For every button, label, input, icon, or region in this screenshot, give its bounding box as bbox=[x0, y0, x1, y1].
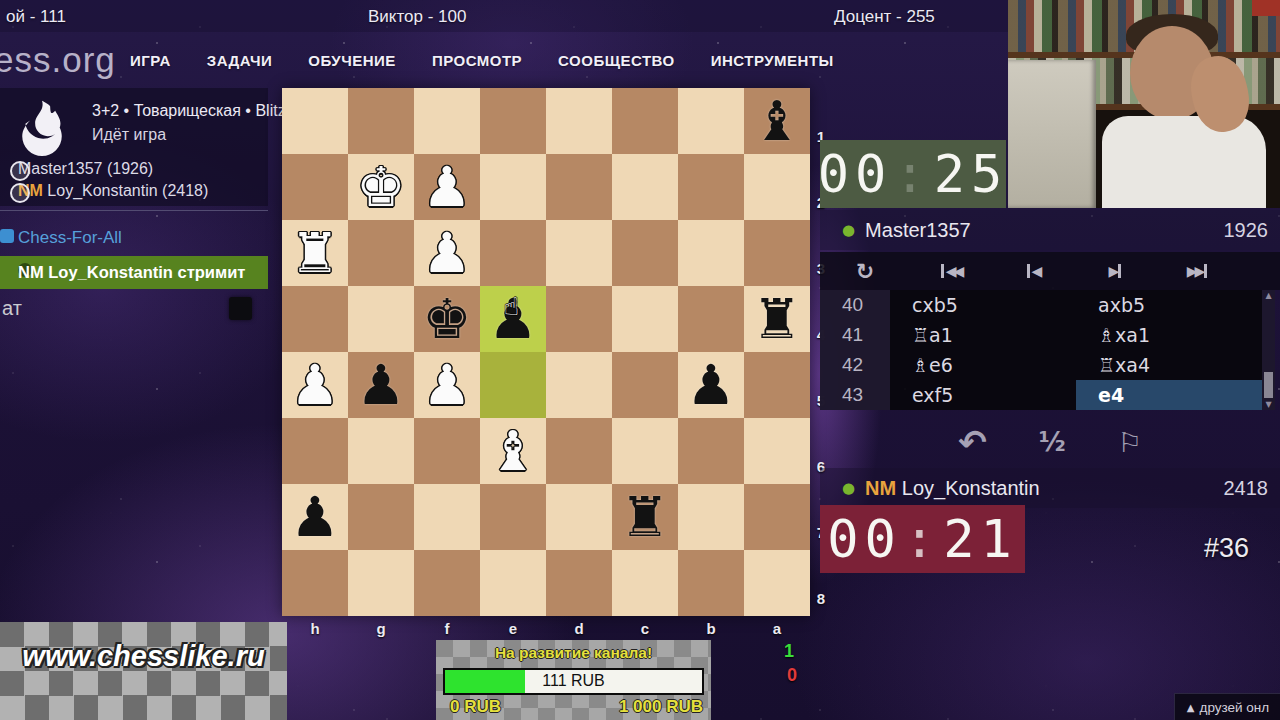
friends-online-bar[interactable]: ▲ друзей онл bbox=[1174, 693, 1280, 720]
rank-label-8: 8 bbox=[813, 590, 829, 607]
square-h6[interactable] bbox=[282, 418, 348, 484]
black-bishop[interactable]: ♝ bbox=[752, 88, 801, 154]
square-e3[interactable] bbox=[480, 220, 546, 286]
square-a1[interactable]: ♝ bbox=[744, 88, 810, 154]
square-g6[interactable] bbox=[348, 418, 414, 484]
square-b5[interactable]: ♟ bbox=[678, 352, 744, 418]
player-status-icon bbox=[10, 161, 30, 181]
square-d3[interactable] bbox=[546, 220, 612, 286]
nav-item-4[interactable]: СООБЩЕСТВО bbox=[558, 52, 675, 69]
move-list-scrollbar[interactable]: ▲ ▼ bbox=[1262, 290, 1275, 410]
square-g8[interactable] bbox=[348, 550, 414, 616]
nav-item-2[interactable]: ОБУЧЕНИЕ bbox=[308, 52, 396, 69]
black-rook[interactable]: ♜ bbox=[620, 484, 669, 550]
title-badge: NM bbox=[865, 477, 896, 499]
white-pawn[interactable]: ♟ bbox=[422, 352, 471, 418]
black-rook[interactable]: ♜ bbox=[752, 286, 801, 352]
game-number: #36 bbox=[1204, 533, 1249, 564]
square-f1[interactable] bbox=[414, 88, 480, 154]
square-a3[interactable] bbox=[744, 220, 810, 286]
square-g7[interactable] bbox=[348, 484, 414, 550]
first-move-button-glyph: ◀◀ bbox=[946, 263, 962, 279]
square-e5[interactable] bbox=[480, 352, 546, 418]
square-a5[interactable] bbox=[744, 352, 810, 418]
square-e6[interactable]: ♝ bbox=[480, 418, 546, 484]
donation-amount: 111 RUB bbox=[445, 672, 702, 690]
move-row-41: 41♖a1♗xa1 bbox=[820, 320, 1262, 350]
black-player-row[interactable]: ● NM Loy_Konstantin 2418 bbox=[820, 468, 1280, 508]
team-label: Chess-For-All bbox=[18, 228, 122, 247]
donation-goal: 1 000 RUB bbox=[619, 697, 703, 717]
black-player-name: Loy_Konstantin bbox=[902, 477, 1040, 499]
first-move-button[interactable]: ◀◀ bbox=[910, 263, 992, 279]
square-g3[interactable] bbox=[348, 220, 414, 286]
webcam-feed bbox=[1008, 0, 1280, 208]
square-h7[interactable]: ♟ bbox=[282, 484, 348, 550]
nav-item-1[interactable]: ЗАДАЧИ bbox=[207, 52, 272, 69]
team-link[interactable]: Chess-For-All bbox=[18, 228, 122, 248]
donation-title: На развитие канала! bbox=[436, 644, 711, 662]
black-clock: 00:21 bbox=[820, 505, 1025, 573]
square-h5[interactable]: ♟ bbox=[282, 352, 348, 418]
player-black-label: Loy_Konstantin (2418) bbox=[47, 182, 208, 199]
square-g1[interactable] bbox=[348, 88, 414, 154]
black-player-rating: 2418 bbox=[1224, 477, 1269, 500]
square-b7[interactable] bbox=[678, 484, 744, 550]
donation-ticker-left: ой - 111 bbox=[6, 7, 66, 27]
square-f6[interactable] bbox=[414, 418, 480, 484]
square-a4[interactable]: ♜ bbox=[744, 286, 810, 352]
donation-widget: На развитие канала! 111 RUB 0 RUB 1 000 … bbox=[436, 640, 711, 720]
square-c3[interactable] bbox=[612, 220, 678, 286]
last-move-button-glyph bbox=[1204, 264, 1207, 278]
takeback-button[interactable]: ↶ bbox=[958, 422, 987, 462]
file-label-e: e bbox=[480, 620, 546, 637]
donation-min: 0 RUB bbox=[450, 697, 501, 717]
square-h2[interactable] bbox=[282, 154, 348, 220]
donation-progress-bar: 111 RUB bbox=[443, 668, 704, 695]
white-pawn[interactable]: ♟ bbox=[422, 154, 471, 220]
black-pawn[interactable]: ♟ bbox=[290, 484, 339, 550]
stream-screen: ой - 111 Виктор - 100 Доцент - 255 ess.o… bbox=[0, 0, 1280, 720]
donation-ticker-center: Виктор - 100 bbox=[368, 7, 466, 27]
white-player-rating: 1926 bbox=[1224, 219, 1269, 242]
white-move[interactable]: cxb5 bbox=[890, 290, 1076, 320]
black-clock-digits: 00 bbox=[827, 509, 902, 569]
black-move[interactable]: ♖xa4 bbox=[1076, 350, 1262, 380]
square-f2[interactable]: ♟ bbox=[414, 154, 480, 220]
black-move[interactable]: axb5 bbox=[1076, 290, 1262, 320]
square-h1[interactable] bbox=[282, 88, 348, 154]
white-king[interactable]: ♚ bbox=[356, 154, 405, 220]
dislike-count: 0 bbox=[787, 665, 797, 686]
square-d6[interactable] bbox=[546, 418, 612, 484]
square-c4[interactable] bbox=[612, 286, 678, 352]
move-number: 40 bbox=[820, 290, 890, 320]
file-label-b: b bbox=[678, 620, 744, 637]
main-nav: ИГРАЗАДАЧИОБУЧЕНИЕПРОСМОТРСООБЩЕСТВОИНСТ… bbox=[130, 52, 834, 69]
square-f5[interactable]: ♟ bbox=[414, 352, 480, 418]
online-dot-icon: ● bbox=[842, 479, 855, 497]
square-c6[interactable] bbox=[612, 418, 678, 484]
white-move[interactable]: ♖a1 bbox=[890, 320, 1076, 350]
team-icon bbox=[0, 229, 14, 243]
square-b4[interactable] bbox=[678, 286, 744, 352]
move-row-43: 43exf5e4 bbox=[820, 380, 1262, 410]
scroll-down-icon[interactable]: ▼ bbox=[1262, 400, 1275, 409]
site-logo[interactable]: ess.org bbox=[0, 40, 116, 80]
move-controls: ↻◀◀◀▶▶▶ bbox=[820, 252, 1280, 290]
square-d4[interactable] bbox=[546, 286, 612, 352]
white-pawn[interactable]: ♟ bbox=[422, 220, 471, 286]
red-book bbox=[1252, 0, 1280, 16]
black-pawn[interactable]: ♟ bbox=[686, 352, 735, 418]
nav-item-0[interactable]: ИГРА bbox=[130, 52, 171, 69]
square-d7[interactable] bbox=[546, 484, 612, 550]
white-move[interactable]: exf5 bbox=[890, 380, 1076, 410]
square-e7[interactable] bbox=[480, 484, 546, 550]
previous-move-button-glyph: ◀ bbox=[1032, 263, 1040, 279]
file-label-d: d bbox=[546, 620, 612, 637]
flip-sync-button[interactable]: ↻ bbox=[820, 259, 910, 284]
game-status-label: Идёт игра bbox=[92, 126, 166, 144]
friends-label: друзей онл bbox=[1200, 700, 1270, 715]
square-e8[interactable] bbox=[480, 550, 546, 616]
nav-item-5[interactable]: ИНСТРУМЕНТЫ bbox=[711, 52, 834, 69]
square-d8[interactable] bbox=[546, 550, 612, 616]
white-player-name: Master1357 bbox=[865, 219, 971, 242]
time-control-label: 3+2 • Товарищеская • Blitz bbox=[92, 102, 286, 120]
collapse-icon: ▲ bbox=[1187, 702, 1195, 713]
hand-cursor-icon: ☝ bbox=[504, 292, 519, 321]
square-f7[interactable] bbox=[414, 484, 480, 550]
white-clock: 00:25 bbox=[820, 140, 1006, 208]
white-bishop[interactable]: ♝ bbox=[488, 418, 537, 484]
black-square-icon bbox=[229, 297, 252, 320]
square-e2[interactable] bbox=[480, 154, 546, 220]
file-label-c: c bbox=[612, 620, 678, 637]
first-move-button-glyph bbox=[941, 264, 944, 278]
sidebar-divider bbox=[0, 210, 268, 211]
last-move-button[interactable]: ▶▶ bbox=[1156, 263, 1238, 279]
square-a7[interactable] bbox=[744, 484, 810, 550]
streamer-shirt bbox=[1102, 116, 1266, 208]
draw-offer-button[interactable]: ½ bbox=[1039, 427, 1066, 457]
black-clock-digits: : bbox=[904, 509, 941, 569]
donation-ticker-right: Доцент - 255 bbox=[834, 7, 935, 27]
square-d1[interactable] bbox=[546, 88, 612, 154]
black-king[interactable]: ♚ bbox=[422, 286, 471, 352]
online-dot-icon: ● bbox=[842, 221, 855, 239]
square-h8[interactable] bbox=[282, 550, 348, 616]
square-b2[interactable] bbox=[678, 154, 744, 220]
player-white-label: Master1357 (1926) bbox=[18, 160, 153, 177]
file-label-h: h bbox=[282, 620, 348, 637]
player-black-row[interactable]: NM Loy_Konstantin (2418) bbox=[18, 182, 208, 200]
move-row-40: 40cxb5axb5 bbox=[820, 290, 1262, 320]
resign-button[interactable]: ⚐ bbox=[1118, 427, 1142, 458]
square-f4[interactable]: ♚ bbox=[414, 286, 480, 352]
scroll-up-icon[interactable]: ▲ bbox=[1262, 291, 1275, 300]
square-d2[interactable] bbox=[546, 154, 612, 220]
square-a8[interactable] bbox=[744, 550, 810, 616]
square-d5[interactable] bbox=[546, 352, 612, 418]
next-move-button-glyph: ▶ bbox=[1109, 263, 1117, 279]
white-move[interactable]: ♗e6 bbox=[890, 350, 1076, 380]
like-count: 1 bbox=[784, 641, 794, 662]
square-b1[interactable] bbox=[678, 88, 744, 154]
square-g2[interactable]: ♚ bbox=[348, 154, 414, 220]
square-g5[interactable]: ♟ bbox=[348, 352, 414, 418]
square-c7[interactable]: ♜ bbox=[612, 484, 678, 550]
door bbox=[1008, 60, 1096, 208]
game-action-buttons: ↶ ½ ⚐ bbox=[820, 420, 1280, 464]
square-b6[interactable] bbox=[678, 418, 744, 484]
chat-header: ат bbox=[2, 297, 22, 320]
square-a2[interactable] bbox=[744, 154, 810, 220]
nav-item-3[interactable]: ПРОСМОТР bbox=[432, 52, 522, 69]
last-move-button-glyph: ▶▶ bbox=[1187, 263, 1203, 279]
square-e1[interactable] bbox=[480, 88, 546, 154]
square-c1[interactable] bbox=[612, 88, 678, 154]
blitz-flame-icon bbox=[10, 98, 74, 160]
next-move-button-glyph bbox=[1118, 264, 1121, 278]
square-c5[interactable] bbox=[612, 352, 678, 418]
black-move[interactable]: ♗xa1 bbox=[1076, 320, 1262, 350]
square-g4[interactable] bbox=[348, 286, 414, 352]
square-a6[interactable] bbox=[744, 418, 810, 484]
move-number: 42 bbox=[820, 350, 890, 380]
black-clock-digits: 21 bbox=[943, 509, 1018, 569]
watermark-banner: www.chesslike.ru bbox=[0, 622, 287, 720]
player-white-row[interactable]: Master1357 (1926) bbox=[18, 160, 153, 178]
previous-move-button[interactable]: ◀ bbox=[992, 263, 1074, 279]
white-pawn[interactable]: ♟ bbox=[290, 352, 339, 418]
file-label-g: g bbox=[348, 620, 414, 637]
square-f8[interactable] bbox=[414, 550, 480, 616]
square-c8[interactable] bbox=[612, 550, 678, 616]
move-row-42: 42♗e6♖xa4 bbox=[820, 350, 1262, 380]
player-status-icon bbox=[10, 183, 30, 203]
square-h3[interactable]: ♜ bbox=[282, 220, 348, 286]
square-b8[interactable] bbox=[678, 550, 744, 616]
square-h4[interactable] bbox=[282, 286, 348, 352]
square-f3[interactable]: ♟ bbox=[414, 220, 480, 286]
previous-move-button-glyph bbox=[1027, 264, 1030, 278]
file-label-a: a bbox=[744, 620, 810, 637]
watermark-text: www.chesslike.ru bbox=[22, 640, 264, 673]
scrollbar-thumb[interactable] bbox=[1264, 372, 1273, 398]
move-number: 43 bbox=[820, 380, 890, 410]
white-clock-digits: : bbox=[894, 144, 931, 204]
stream-banner-label: NM Loy_Konstantin стримит bbox=[18, 263, 245, 282]
white-rook[interactable]: ♜ bbox=[290, 220, 339, 286]
move-number: 41 bbox=[820, 320, 890, 350]
chess-board: ♝♚♟♜♟♚♟☝♜♟♟♟♟♝♟♜ bbox=[282, 88, 810, 616]
square-b3[interactable] bbox=[678, 220, 744, 286]
move-list: 40cxb5axb541♖a1♗xa142♗e6♖xa443exf5e4 bbox=[820, 290, 1262, 410]
next-move-button[interactable]: ▶ bbox=[1074, 263, 1156, 279]
file-label-f: f bbox=[414, 620, 480, 637]
white-player-row[interactable]: ● Master1357 1926 bbox=[820, 210, 1280, 250]
white-clock-digits: 00 bbox=[818, 144, 893, 204]
square-c2[interactable] bbox=[612, 154, 678, 220]
white-clock-digits: 25 bbox=[934, 144, 1009, 204]
stream-banner[interactable]: NM Loy_Konstantin стримит bbox=[0, 256, 268, 289]
black-pawn[interactable]: ♟ bbox=[356, 352, 405, 418]
square-e4[interactable]: ♟☝ bbox=[480, 286, 546, 352]
black-move[interactable]: e4 bbox=[1076, 380, 1262, 410]
